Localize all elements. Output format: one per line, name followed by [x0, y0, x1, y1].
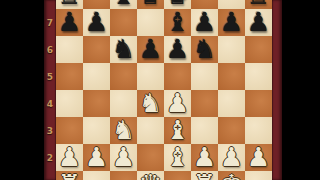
- piece-black-bishop-c8: ♝: [112, 0, 135, 9]
- square-c1: [110, 171, 137, 180]
- square-a5: [56, 63, 83, 90]
- square-g6: [218, 36, 245, 63]
- square-f2: ♟: [191, 144, 218, 171]
- square-h6: [245, 36, 272, 63]
- square-e5: [164, 63, 191, 90]
- square-g1: ♚: [218, 171, 245, 180]
- piece-white-pawn-c2: ♟: [112, 144, 135, 171]
- square-b7: ♟: [83, 9, 110, 36]
- square-d7: [137, 9, 164, 36]
- square-h3: [245, 117, 272, 144]
- square-d5: [137, 63, 164, 90]
- square-b6: [83, 36, 110, 63]
- piece-white-pawn-h2: ♟: [247, 144, 270, 171]
- square-c2: ♟: [110, 144, 137, 171]
- piece-white-knight-d4: ♞: [139, 90, 162, 117]
- square-b2: ♟: [83, 144, 110, 171]
- piece-white-knight-c3: ♞: [112, 117, 135, 144]
- piece-black-queen-d8: ♛: [139, 0, 162, 9]
- square-c5: [110, 63, 137, 90]
- piece-white-pawn-f2: ♟: [193, 144, 216, 171]
- piece-black-pawn-a7: ♟: [58, 9, 81, 36]
- square-b3: [83, 117, 110, 144]
- square-e6: ♟: [164, 36, 191, 63]
- square-e1: [164, 171, 191, 180]
- square-h1: [245, 171, 272, 180]
- piece-white-queen-d1: ♛: [139, 171, 162, 180]
- rank-label-4: 4: [44, 90, 56, 117]
- rank-label-7: 7: [44, 9, 56, 36]
- square-d8: ♛: [137, 0, 164, 9]
- piece-white-rook-a1: ♜: [58, 171, 81, 180]
- letterboxed-chess-video-frame: ♜♝♛♚♜♟♟♝♟♟♟♞♟♟♞♞♟♞♝♟♟♟♝♟♟♟♜♛♜♚ 87654321: [0, 0, 320, 180]
- piece-white-pawn-b2: ♟: [85, 144, 108, 171]
- square-e3: ♝: [164, 117, 191, 144]
- square-d6: ♟: [137, 36, 164, 63]
- square-d1: ♛: [137, 171, 164, 180]
- square-c6: ♞: [110, 36, 137, 63]
- square-e2: ♝: [164, 144, 191, 171]
- square-f7: ♟: [191, 9, 218, 36]
- square-a1: ♜: [56, 171, 83, 180]
- piece-black-pawn-h7: ♟: [247, 9, 270, 36]
- piece-black-pawn-d6: ♟: [139, 36, 162, 63]
- rank-label-3: 3: [44, 117, 56, 144]
- square-a7: ♟: [56, 9, 83, 36]
- square-f1: ♜: [191, 171, 218, 180]
- rank-label-6: 6: [44, 36, 56, 63]
- piece-white-bishop-e3: ♝: [166, 117, 189, 144]
- square-b1: [83, 171, 110, 180]
- piece-black-pawn-e6: ♟: [166, 36, 189, 63]
- square-c7: [110, 9, 137, 36]
- square-h7: ♟: [245, 9, 272, 36]
- piece-black-knight-c6: ♞: [112, 36, 135, 63]
- chess-board: ♜♝♛♚♜♟♟♝♟♟♟♞♟♟♞♞♟♞♝♟♟♟♝♟♟♟♜♛♜♚: [56, 0, 272, 180]
- square-c4: [110, 90, 137, 117]
- square-f4: [191, 90, 218, 117]
- rank-label-5: 5: [44, 63, 56, 90]
- square-h4: [245, 90, 272, 117]
- square-b4: [83, 90, 110, 117]
- square-d4: ♞: [137, 90, 164, 117]
- square-b5: [83, 63, 110, 90]
- piece-black-pawn-g7: ♟: [220, 9, 243, 36]
- piece-black-knight-f6: ♞: [193, 36, 216, 63]
- piece-black-bishop-e7: ♝: [166, 9, 189, 36]
- square-e7: ♝: [164, 9, 191, 36]
- piece-white-bishop-e2: ♝: [166, 144, 189, 171]
- square-g2: ♟: [218, 144, 245, 171]
- square-a6: [56, 36, 83, 63]
- piece-black-pawn-f7: ♟: [193, 9, 216, 36]
- square-a4: [56, 90, 83, 117]
- square-d2: [137, 144, 164, 171]
- square-f3: [191, 117, 218, 144]
- piece-white-king-g1: ♚: [220, 171, 243, 180]
- rank-label-8: 8: [44, 0, 56, 9]
- piece-white-pawn-g2: ♟: [220, 144, 243, 171]
- piece-white-rook-f1: ♜: [193, 171, 216, 180]
- square-f6: ♞: [191, 36, 218, 63]
- square-f5: [191, 63, 218, 90]
- piece-white-pawn-a2: ♟: [58, 144, 81, 171]
- board-frame-right: [272, 0, 282, 180]
- square-d3: [137, 117, 164, 144]
- square-e4: ♟: [164, 90, 191, 117]
- square-h2: ♟: [245, 144, 272, 171]
- square-a3: [56, 117, 83, 144]
- square-g3: [218, 117, 245, 144]
- piece-white-pawn-e4: ♟: [166, 90, 189, 117]
- square-g4: [218, 90, 245, 117]
- square-g5: [218, 63, 245, 90]
- square-h5: [245, 63, 272, 90]
- square-c3: ♞: [110, 117, 137, 144]
- piece-black-pawn-b7: ♟: [85, 9, 108, 36]
- board-frame-left: 87654321: [44, 0, 56, 180]
- square-g7: ♟: [218, 9, 245, 36]
- rank-label-2: 2: [44, 144, 56, 171]
- rank-label-1: 1: [44, 171, 56, 180]
- square-a2: ♟: [56, 144, 83, 171]
- square-c8: ♝: [110, 0, 137, 9]
